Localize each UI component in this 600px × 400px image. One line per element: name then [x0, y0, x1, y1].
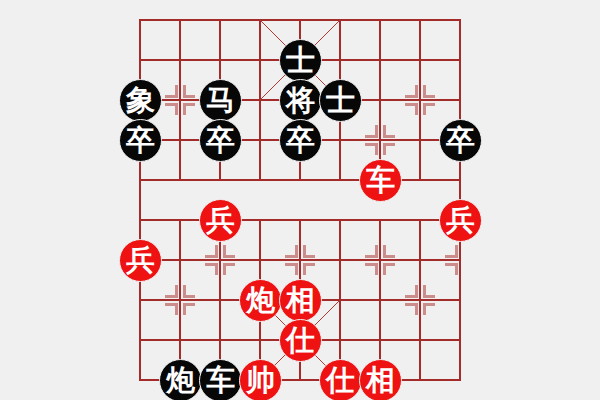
piece-black-卒[interactable]: 卒 [199, 119, 242, 162]
piece-red-相[interactable]: 相 [359, 359, 402, 400]
piece-black-士[interactable]: 士 [279, 39, 322, 82]
piece-red-仕[interactable]: 仕 [279, 319, 322, 362]
piece-red-兵[interactable]: 兵 [199, 199, 242, 242]
xiangqi-board: 士象马将士卒卒卒卒车兵兵兵炮相仕炮车帅仕相 [0, 0, 600, 400]
piece-black-卒[interactable]: 卒 [439, 119, 482, 162]
piece-red-兵[interactable]: 兵 [119, 239, 162, 282]
piece-black-车[interactable]: 车 [199, 359, 242, 400]
piece-red-仕[interactable]: 仕 [319, 359, 362, 400]
piece-black-将[interactable]: 将 [279, 79, 322, 122]
pieces-layer: 士象马将士卒卒卒卒车兵兵兵炮相仕炮车帅仕相 [0, 0, 600, 400]
piece-black-卒[interactable]: 卒 [119, 119, 162, 162]
piece-red-相[interactable]: 相 [279, 279, 322, 322]
piece-black-士[interactable]: 士 [319, 79, 362, 122]
piece-red-炮[interactable]: 炮 [239, 279, 282, 322]
piece-red-兵[interactable]: 兵 [439, 199, 482, 242]
piece-red-车[interactable]: 车 [359, 159, 402, 202]
piece-black-卒[interactable]: 卒 [279, 119, 322, 162]
piece-black-炮[interactable]: 炮 [159, 359, 202, 400]
piece-black-马[interactable]: 马 [199, 79, 242, 122]
piece-black-象[interactable]: 象 [119, 79, 162, 122]
piece-red-帅[interactable]: 帅 [239, 359, 282, 400]
